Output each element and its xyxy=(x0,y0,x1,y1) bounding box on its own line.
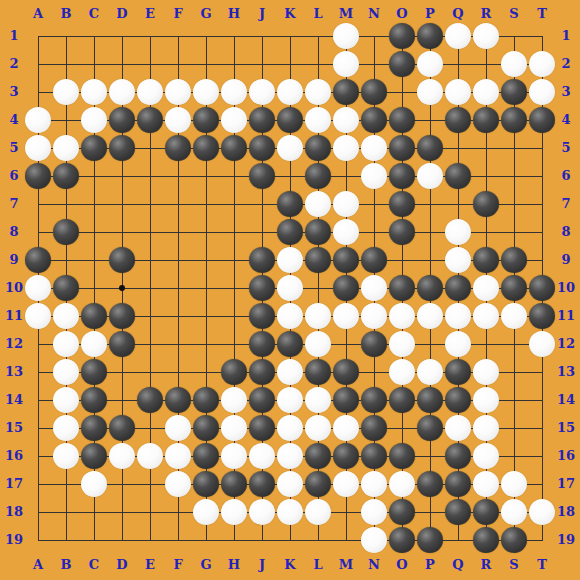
white-stone-A11 xyxy=(25,303,51,329)
column-label-bottom: O xyxy=(390,557,414,573)
black-stone-O7 xyxy=(389,191,415,217)
black-stone-Q16 xyxy=(445,443,471,469)
white-stone-R14 xyxy=(473,387,499,413)
row-label-left: 14 xyxy=(2,392,26,408)
black-stone-E14 xyxy=(137,387,163,413)
column-label-bottom: N xyxy=(362,557,386,573)
black-stone-M13 xyxy=(333,359,359,385)
black-stone-S10 xyxy=(501,275,527,301)
black-stone-G15 xyxy=(193,415,219,441)
column-label-bottom: M xyxy=(334,557,358,573)
black-stone-C14 xyxy=(81,387,107,413)
column-label-bottom: Q xyxy=(446,557,470,573)
white-stone-B14 xyxy=(53,387,79,413)
black-stone-C16 xyxy=(81,443,107,469)
white-stone-S18 xyxy=(501,499,527,525)
black-stone-O18 xyxy=(389,499,415,525)
white-stone-A4 xyxy=(25,107,51,133)
column-label-bottom: K xyxy=(278,557,302,573)
black-stone-H5 xyxy=(221,135,247,161)
column-label-top: H xyxy=(222,6,246,22)
white-stone-R13 xyxy=(473,359,499,385)
white-stone-O12 xyxy=(389,331,415,357)
column-label-top: E xyxy=(138,6,162,22)
row-label-right: 13 xyxy=(554,364,578,380)
white-stone-S2 xyxy=(501,51,527,77)
row-label-left: 2 xyxy=(2,56,26,72)
column-label-top: S xyxy=(502,6,526,22)
black-stone-L16 xyxy=(305,443,331,469)
black-stone-K12 xyxy=(277,331,303,357)
black-stone-M14 xyxy=(333,387,359,413)
white-stone-H14 xyxy=(221,387,247,413)
black-stone-O1 xyxy=(389,23,415,49)
white-stone-R1 xyxy=(473,23,499,49)
row-label-left: 13 xyxy=(2,364,26,380)
column-label-bottom: G xyxy=(194,557,218,573)
black-stone-L5 xyxy=(305,135,331,161)
white-stone-N18 xyxy=(361,499,387,525)
white-stone-M2 xyxy=(333,51,359,77)
white-stone-H15 xyxy=(221,415,247,441)
column-label-top: J xyxy=(250,6,274,22)
black-stone-P15 xyxy=(417,415,443,441)
white-stone-B12 xyxy=(53,331,79,357)
black-stone-Q18 xyxy=(445,499,471,525)
black-stone-T4 xyxy=(529,107,555,133)
row-label-right: 11 xyxy=(554,308,578,324)
row-label-left: 9 xyxy=(2,252,26,268)
white-stone-K13 xyxy=(277,359,303,385)
white-stone-S17 xyxy=(501,471,527,497)
white-stone-K11 xyxy=(277,303,303,329)
white-stone-F4 xyxy=(165,107,191,133)
white-stone-J18 xyxy=(249,499,275,525)
black-stone-P19 xyxy=(417,527,443,553)
row-label-right: 19 xyxy=(554,532,578,548)
white-stone-P6 xyxy=(417,163,443,189)
black-stone-J12 xyxy=(249,331,275,357)
black-stone-D15 xyxy=(109,415,135,441)
white-stone-Q3 xyxy=(445,79,471,105)
white-stone-H18 xyxy=(221,499,247,525)
black-stone-O6 xyxy=(389,163,415,189)
column-label-bottom: B xyxy=(54,557,78,573)
black-stone-O2 xyxy=(389,51,415,77)
white-stone-F3 xyxy=(165,79,191,105)
black-stone-L13 xyxy=(305,359,331,385)
white-stone-K10 xyxy=(277,275,303,301)
column-label-bottom: S xyxy=(502,557,526,573)
white-stone-H4 xyxy=(221,107,247,133)
black-stone-D12 xyxy=(109,331,135,357)
white-stone-Q11 xyxy=(445,303,471,329)
white-stone-M17 xyxy=(333,471,359,497)
white-stone-L18 xyxy=(305,499,331,525)
white-stone-F17 xyxy=(165,471,191,497)
column-label-bottom: D xyxy=(110,557,134,573)
black-stone-G16 xyxy=(193,443,219,469)
black-stone-P10 xyxy=(417,275,443,301)
black-stone-H17 xyxy=(221,471,247,497)
black-stone-R18 xyxy=(473,499,499,525)
white-stone-K5 xyxy=(277,135,303,161)
black-stone-N3 xyxy=(361,79,387,105)
column-label-bottom: L xyxy=(306,557,330,573)
column-label-top: L xyxy=(306,6,330,22)
column-label-top: M xyxy=(334,6,358,22)
black-stone-G5 xyxy=(193,135,219,161)
row-label-right: 10 xyxy=(554,280,578,296)
row-label-right: 18 xyxy=(554,504,578,520)
row-label-left: 15 xyxy=(2,420,26,436)
black-stone-D9 xyxy=(109,247,135,273)
column-label-top: F xyxy=(166,6,190,22)
white-stone-K14 xyxy=(277,387,303,413)
white-stone-P3 xyxy=(417,79,443,105)
black-stone-O16 xyxy=(389,443,415,469)
black-stone-Q13 xyxy=(445,359,471,385)
white-stone-L4 xyxy=(305,107,331,133)
black-stone-H13 xyxy=(221,359,247,385)
white-stone-E16 xyxy=(137,443,163,469)
white-stone-N19 xyxy=(361,527,387,553)
white-stone-J3 xyxy=(249,79,275,105)
white-stone-Q8 xyxy=(445,219,471,245)
white-stone-T18 xyxy=(529,499,555,525)
column-label-bottom: P xyxy=(418,557,442,573)
white-stone-N11 xyxy=(361,303,387,329)
white-stone-R11 xyxy=(473,303,499,329)
row-label-right: 2 xyxy=(554,56,578,72)
black-stone-N16 xyxy=(361,443,387,469)
column-label-top: P xyxy=(418,6,442,22)
black-stone-E4 xyxy=(137,107,163,133)
row-label-left: 11 xyxy=(2,308,26,324)
black-stone-N4 xyxy=(361,107,387,133)
row-label-right: 17 xyxy=(554,476,578,492)
black-stone-F14 xyxy=(165,387,191,413)
white-stone-B11 xyxy=(53,303,79,329)
row-label-right: 3 xyxy=(554,84,578,100)
column-label-bottom: H xyxy=(222,557,246,573)
row-label-right: 14 xyxy=(554,392,578,408)
black-stone-M9 xyxy=(333,247,359,273)
white-stone-M8 xyxy=(333,219,359,245)
black-stone-R4 xyxy=(473,107,499,133)
white-stone-B13 xyxy=(53,359,79,385)
black-stone-M16 xyxy=(333,443,359,469)
black-stone-Q14 xyxy=(445,387,471,413)
white-stone-M1 xyxy=(333,23,359,49)
black-stone-M3 xyxy=(333,79,359,105)
white-stone-C17 xyxy=(81,471,107,497)
black-stone-C15 xyxy=(81,415,107,441)
row-label-left: 18 xyxy=(2,504,26,520)
black-stone-O10 xyxy=(389,275,415,301)
row-label-right: 1 xyxy=(554,28,578,44)
row-label-left: 6 xyxy=(2,168,26,184)
black-stone-J11 xyxy=(249,303,275,329)
white-stone-M11 xyxy=(333,303,359,329)
white-stone-P11 xyxy=(417,303,443,329)
black-stone-L17 xyxy=(305,471,331,497)
black-stone-Q10 xyxy=(445,275,471,301)
white-stone-H16 xyxy=(221,443,247,469)
black-stone-P5 xyxy=(417,135,443,161)
white-stone-L7 xyxy=(305,191,331,217)
black-stone-O5 xyxy=(389,135,415,161)
white-stone-K16 xyxy=(277,443,303,469)
white-stone-B16 xyxy=(53,443,79,469)
black-stone-O19 xyxy=(389,527,415,553)
row-label-left: 12 xyxy=(2,336,26,352)
row-label-right: 5 xyxy=(554,140,578,156)
white-stone-O17 xyxy=(389,471,415,497)
black-stone-A6 xyxy=(25,163,51,189)
black-stone-C5 xyxy=(81,135,107,161)
white-stone-H3 xyxy=(221,79,247,105)
column-label-bottom: F xyxy=(166,557,190,573)
black-stone-B6 xyxy=(53,163,79,189)
row-label-left: 3 xyxy=(2,84,26,100)
black-stone-B10 xyxy=(53,275,79,301)
white-stone-S11 xyxy=(501,303,527,329)
white-stone-N6 xyxy=(361,163,387,189)
row-label-left: 4 xyxy=(2,112,26,128)
black-stone-G17 xyxy=(193,471,219,497)
black-stone-J6 xyxy=(249,163,275,189)
row-label-left: 8 xyxy=(2,224,26,240)
row-label-right: 15 xyxy=(554,420,578,436)
white-stone-F15 xyxy=(165,415,191,441)
black-stone-G4 xyxy=(193,107,219,133)
white-stone-B3 xyxy=(53,79,79,105)
column-label-top: R xyxy=(474,6,498,22)
black-stone-J4 xyxy=(249,107,275,133)
black-stone-J13 xyxy=(249,359,275,385)
row-label-right: 16 xyxy=(554,448,578,464)
black-stone-J10 xyxy=(249,275,275,301)
column-label-bottom: A xyxy=(26,557,50,573)
row-label-right: 8 xyxy=(554,224,578,240)
black-stone-L8 xyxy=(305,219,331,245)
black-stone-M10 xyxy=(333,275,359,301)
white-stone-K18 xyxy=(277,499,303,525)
white-stone-K9 xyxy=(277,247,303,273)
row-label-left: 17 xyxy=(2,476,26,492)
black-stone-Q17 xyxy=(445,471,471,497)
column-label-top: B xyxy=(54,6,78,22)
white-stone-T3 xyxy=(529,79,555,105)
white-stone-O13 xyxy=(389,359,415,385)
black-stone-R7 xyxy=(473,191,499,217)
white-stone-G3 xyxy=(193,79,219,105)
white-stone-Q1 xyxy=(445,23,471,49)
white-stone-R16 xyxy=(473,443,499,469)
white-stone-L3 xyxy=(305,79,331,105)
black-stone-S4 xyxy=(501,107,527,133)
white-stone-N5 xyxy=(361,135,387,161)
black-stone-S19 xyxy=(501,527,527,553)
white-stone-A5 xyxy=(25,135,51,161)
white-stone-M7 xyxy=(333,191,359,217)
white-stone-T2 xyxy=(529,51,555,77)
white-stone-L14 xyxy=(305,387,331,413)
black-stone-P17 xyxy=(417,471,443,497)
black-stone-O8 xyxy=(389,219,415,245)
black-stone-J14 xyxy=(249,387,275,413)
black-stone-R9 xyxy=(473,247,499,273)
white-stone-P13 xyxy=(417,359,443,385)
white-stone-L15 xyxy=(305,415,331,441)
grid-line-horizontal xyxy=(38,540,543,541)
black-stone-N15 xyxy=(361,415,387,441)
black-stone-J9 xyxy=(249,247,275,273)
row-label-right: 9 xyxy=(554,252,578,268)
black-stone-S3 xyxy=(501,79,527,105)
black-stone-K7 xyxy=(277,191,303,217)
black-stone-J17 xyxy=(249,471,275,497)
white-stone-K15 xyxy=(277,415,303,441)
black-stone-S9 xyxy=(501,247,527,273)
white-stone-L11 xyxy=(305,303,331,329)
black-stone-Q4 xyxy=(445,107,471,133)
black-stone-C13 xyxy=(81,359,107,385)
white-stone-R17 xyxy=(473,471,499,497)
black-stone-P14 xyxy=(417,387,443,413)
column-label-top: D xyxy=(110,6,134,22)
row-label-left: 10 xyxy=(2,280,26,296)
black-stone-D11 xyxy=(109,303,135,329)
row-label-left: 5 xyxy=(2,140,26,156)
column-label-bottom: C xyxy=(82,557,106,573)
white-stone-A10 xyxy=(25,275,51,301)
column-label-bottom: J xyxy=(250,557,274,573)
white-stone-M4 xyxy=(333,107,359,133)
row-label-left: 16 xyxy=(2,448,26,464)
column-label-top: K xyxy=(278,6,302,22)
white-stone-T12 xyxy=(529,331,555,357)
black-stone-O14 xyxy=(389,387,415,413)
black-stone-J5 xyxy=(249,135,275,161)
white-stone-K3 xyxy=(277,79,303,105)
black-stone-C11 xyxy=(81,303,107,329)
black-stone-K4 xyxy=(277,107,303,133)
white-stone-L12 xyxy=(305,331,331,357)
black-stone-T10 xyxy=(529,275,555,301)
row-label-right: 6 xyxy=(554,168,578,184)
column-label-top: N xyxy=(362,6,386,22)
white-stone-R15 xyxy=(473,415,499,441)
white-stone-J16 xyxy=(249,443,275,469)
black-stone-L9 xyxy=(305,247,331,273)
black-stone-R19 xyxy=(473,527,499,553)
white-stone-F16 xyxy=(165,443,191,469)
black-stone-D4 xyxy=(109,107,135,133)
black-stone-B8 xyxy=(53,219,79,245)
black-stone-Q6 xyxy=(445,163,471,189)
column-label-bottom: T xyxy=(530,557,554,573)
black-stone-D5 xyxy=(109,135,135,161)
white-stone-B5 xyxy=(53,135,79,161)
black-stone-N9 xyxy=(361,247,387,273)
white-stone-K17 xyxy=(277,471,303,497)
column-label-top: O xyxy=(390,6,414,22)
row-label-left: 19 xyxy=(2,532,26,548)
star-point xyxy=(119,285,125,291)
black-stone-N14 xyxy=(361,387,387,413)
column-label-bottom: E xyxy=(138,557,162,573)
row-label-right: 4 xyxy=(554,112,578,128)
row-label-left: 7 xyxy=(2,196,26,212)
white-stone-O11 xyxy=(389,303,415,329)
white-stone-N17 xyxy=(361,471,387,497)
black-stone-J15 xyxy=(249,415,275,441)
black-stone-K8 xyxy=(277,219,303,245)
white-stone-M15 xyxy=(333,415,359,441)
white-stone-D3 xyxy=(109,79,135,105)
white-stone-B15 xyxy=(53,415,79,441)
white-stone-C12 xyxy=(81,331,107,357)
black-stone-O4 xyxy=(389,107,415,133)
row-label-right: 12 xyxy=(554,336,578,352)
row-label-left: 1 xyxy=(2,28,26,44)
white-stone-M5 xyxy=(333,135,359,161)
white-stone-Q15 xyxy=(445,415,471,441)
white-stone-C3 xyxy=(81,79,107,105)
black-stone-F5 xyxy=(165,135,191,161)
row-label-right: 7 xyxy=(554,196,578,212)
column-label-top: T xyxy=(530,6,554,22)
column-label-bottom: R xyxy=(474,557,498,573)
black-stone-L6 xyxy=(305,163,331,189)
white-stone-G18 xyxy=(193,499,219,525)
white-stone-N10 xyxy=(361,275,387,301)
black-stone-G14 xyxy=(193,387,219,413)
white-stone-D16 xyxy=(109,443,135,469)
white-stone-P2 xyxy=(417,51,443,77)
goban[interactable]: AABBCCDDEEFFGGHHJJKKLLMMNNOOPPQQRRSSTT11… xyxy=(0,0,580,580)
column-label-top: C xyxy=(82,6,106,22)
black-stone-N12 xyxy=(361,331,387,357)
column-label-top: A xyxy=(26,6,50,22)
column-label-top: Q xyxy=(446,6,470,22)
white-stone-Q9 xyxy=(445,247,471,273)
column-label-top: G xyxy=(194,6,218,22)
white-stone-R10 xyxy=(473,275,499,301)
white-stone-Q12 xyxy=(445,331,471,357)
black-stone-T11 xyxy=(529,303,555,329)
black-stone-P1 xyxy=(417,23,443,49)
white-stone-R3 xyxy=(473,79,499,105)
black-stone-A9 xyxy=(25,247,51,273)
white-stone-E3 xyxy=(137,79,163,105)
white-stone-C4 xyxy=(81,107,107,133)
